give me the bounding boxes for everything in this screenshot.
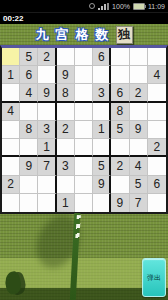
cell-r2c3[interactable] [38, 66, 56, 84]
cell-r6c6[interactable] [93, 139, 111, 157]
cell-r3c7[interactable]: 6 [111, 84, 129, 102]
cell-r4c8[interactable] [130, 103, 148, 121]
cell-r7c9[interactable] [148, 157, 166, 175]
cell-r2c7[interactable] [111, 66, 129, 84]
cell-r5c1[interactable] [2, 121, 20, 139]
cell-r9c7[interactable]: 9 [111, 194, 129, 212]
cell-r8c3[interactable] [38, 176, 56, 194]
cell-r1c1[interactable] [2, 48, 20, 66]
title-char: 宫 [56, 26, 69, 44]
cell-r2c5[interactable] [75, 66, 93, 84]
plant-stem-highlight [75, 215, 81, 241]
cell-r5c2[interactable]: 8 [20, 121, 38, 139]
cell-r1c7[interactable] [111, 48, 129, 66]
cell-r5c4[interactable]: 2 [57, 121, 75, 139]
cell-r9c2[interactable] [20, 194, 38, 212]
app-screen: 100% 11:09 00:22 九 宫 格 数 独 5261694498362… [0, 0, 168, 300]
cell-r7c4[interactable]: 3 [57, 157, 75, 175]
cell-r1c4[interactable] [57, 48, 75, 66]
cell-r8c8[interactable]: 5 [130, 176, 148, 194]
cell-r6c2[interactable] [20, 139, 38, 157]
cell-r5c6[interactable]: 1 [93, 121, 111, 139]
signal-icon [98, 3, 109, 10]
cell-r7c3[interactable]: 7 [38, 157, 56, 175]
cell-r2c4[interactable]: 9 [57, 66, 75, 84]
cell-r8c7[interactable] [111, 176, 129, 194]
cell-r7c8[interactable]: 4 [130, 157, 148, 175]
cell-r7c6[interactable]: 5 [93, 157, 111, 175]
cell-r6c7[interactable] [111, 139, 129, 157]
cell-r4c9[interactable] [148, 103, 166, 121]
cell-r1c2[interactable]: 5 [20, 48, 38, 66]
cell-r3c6[interactable]: 3 [93, 84, 111, 102]
cell-r2c6[interactable] [93, 66, 111, 84]
title-char: 九 [36, 26, 49, 44]
cell-r1c5[interactable] [75, 48, 93, 66]
popup-button[interactable]: 弹出 [142, 258, 166, 297]
cell-r3c8[interactable]: 2 [130, 84, 148, 102]
cell-r2c1[interactable]: 1 [2, 66, 20, 84]
cell-r4c6[interactable] [93, 103, 111, 121]
cell-r4c2[interactable] [20, 103, 38, 121]
status-bar: 100% 11:09 [0, 0, 168, 13]
cell-r3c9[interactable] [148, 84, 166, 102]
cell-r9c5[interactable] [75, 194, 93, 212]
cell-r7c1[interactable] [2, 157, 20, 175]
cell-r9c8[interactable]: 7 [130, 194, 148, 212]
title-tile: 独 [116, 26, 133, 44]
cell-r4c5[interactable] [75, 103, 93, 121]
cell-r6c5[interactable] [75, 139, 93, 157]
title-char: 格 [76, 26, 89, 44]
cell-r8c5[interactable] [75, 176, 93, 194]
cell-r3c4[interactable]: 8 [57, 84, 75, 102]
clock-time: 11:09 [148, 0, 165, 13]
cell-r7c5[interactable] [75, 157, 93, 175]
battery-percent: 100% [112, 0, 130, 13]
cell-r4c3[interactable] [38, 103, 56, 121]
cell-r3c1[interactable] [2, 84, 20, 102]
alarm-icon [89, 3, 95, 9]
cell-r5c7[interactable]: 5 [111, 121, 129, 139]
title-char: 数 [96, 26, 109, 44]
cell-r4c1[interactable]: 4 [2, 103, 20, 121]
cell-r8c6[interactable]: 9 [93, 176, 111, 194]
cell-r7c2[interactable]: 9 [20, 157, 38, 175]
cell-r6c1[interactable] [2, 139, 20, 157]
cell-r9c4[interactable]: 1 [57, 194, 75, 212]
cell-r2c9[interactable]: 4 [148, 66, 166, 84]
cell-r5c5[interactable] [75, 121, 93, 139]
cell-r8c1[interactable]: 2 [2, 176, 20, 194]
cell-r5c9[interactable] [148, 121, 166, 139]
cell-r6c8[interactable] [130, 139, 148, 157]
cell-r8c2[interactable] [20, 176, 38, 194]
cell-r9c9[interactable] [148, 194, 166, 212]
cell-r6c4[interactable] [57, 139, 75, 157]
cell-r8c4[interactable] [57, 176, 75, 194]
sudoku-board: 526169449836248832159129735242956197 [0, 45, 168, 214]
cell-r1c6[interactable]: 6 [93, 48, 111, 66]
game-timer: 00:22 [0, 13, 168, 24]
cell-r1c9[interactable] [148, 48, 166, 66]
cell-r4c7[interactable]: 8 [111, 103, 129, 121]
cell-r1c8[interactable] [130, 48, 148, 66]
cell-r1c3[interactable]: 2 [38, 48, 56, 66]
battery-icon [133, 3, 145, 10]
cell-r3c3[interactable]: 9 [38, 84, 56, 102]
cell-r2c8[interactable] [130, 66, 148, 84]
cell-r3c2[interactable]: 4 [20, 84, 38, 102]
cell-r9c1[interactable] [2, 194, 20, 212]
cell-r5c3[interactable]: 3 [38, 121, 56, 139]
app-title: 九 宫 格 数 独 [0, 24, 168, 45]
cell-r7c7[interactable]: 2 [111, 157, 129, 175]
cell-r8c9[interactable]: 6 [148, 176, 166, 194]
cell-r3c5[interactable] [75, 84, 93, 102]
cell-r4c4[interactable] [57, 103, 75, 121]
cell-r9c3[interactable] [38, 194, 56, 212]
cell-r6c3[interactable]: 1 [38, 139, 56, 157]
cell-r2c2[interactable]: 6 [20, 66, 38, 84]
cell-r6c9[interactable]: 2 [148, 139, 166, 157]
cell-r5c8[interactable]: 9 [130, 121, 148, 139]
cell-r9c6[interactable] [93, 194, 111, 212]
